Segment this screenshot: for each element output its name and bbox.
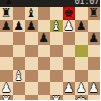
piece-white-pawn: ♟ xyxy=(76,82,87,95)
square-c6[interactable] xyxy=(25,32,38,45)
piece-black-king: ♚ xyxy=(63,7,74,20)
piece-black-pawn: ♟ xyxy=(38,32,49,45)
square-d2[interactable] xyxy=(38,82,51,95)
chess-board[interactable]: ♜♝♚♜♟♟♟♝♟♟♟♟♝♟♟♟♟♜♜♚ xyxy=(0,7,100,100)
clock: 01:07 xyxy=(74,0,99,6)
square-c1[interactable] xyxy=(25,95,38,101)
square-d5[interactable] xyxy=(38,45,51,58)
square-a8[interactable]: ♜ xyxy=(0,7,13,20)
chess-app: ♟ 01:07 ♜♝♚♜♟♟♟♝♟♟♟♟♝♟♟♟♟♜♜♚ xyxy=(0,0,100,100)
square-d4[interactable] xyxy=(38,57,51,70)
square-d8[interactable] xyxy=(38,7,51,20)
square-a2[interactable]: ♟ xyxy=(0,82,13,95)
square-c7[interactable]: ♟ xyxy=(25,20,38,33)
square-b4[interactable] xyxy=(13,57,26,70)
piece-black-pawn: ♟ xyxy=(88,32,99,45)
square-a1[interactable]: ♜ xyxy=(0,95,13,101)
piece-white-bishop: ♝ xyxy=(51,20,62,33)
square-g6[interactable] xyxy=(75,32,88,45)
square-e7[interactable]: ♝ xyxy=(50,20,63,33)
square-g1[interactable]: ♚ xyxy=(75,95,88,101)
square-b6[interactable] xyxy=(13,32,26,45)
piece-black-bishop: ♝ xyxy=(26,7,37,20)
square-h8[interactable]: ♜ xyxy=(88,7,101,20)
square-e2[interactable] xyxy=(50,82,63,95)
piece-black-pawn: ♟ xyxy=(26,20,37,33)
piece-black-rook: ♜ xyxy=(88,7,99,20)
square-f8[interactable]: ♚ xyxy=(63,7,76,20)
square-b8[interactable] xyxy=(13,7,26,20)
square-d1[interactable] xyxy=(38,95,51,101)
piece-white-bishop: ♝ xyxy=(13,70,24,83)
piece-black-pawn: ♟ xyxy=(76,20,87,33)
top-bar: ♟ 01:07 xyxy=(0,0,100,7)
piece-white-pawn: ♟ xyxy=(63,20,74,33)
square-b1[interactable] xyxy=(13,95,26,101)
square-f7[interactable]: ♟ xyxy=(63,20,76,33)
square-b2[interactable] xyxy=(13,82,26,95)
piece-white-rook: ♜ xyxy=(51,95,62,101)
square-c4[interactable] xyxy=(25,57,38,70)
square-c2[interactable] xyxy=(25,82,38,95)
square-b3[interactable]: ♝ xyxy=(13,70,26,83)
piece-black-pawn: ♟ xyxy=(1,20,12,33)
square-f6[interactable] xyxy=(63,32,76,45)
square-e5[interactable] xyxy=(50,45,63,58)
square-a6[interactable] xyxy=(0,32,13,45)
square-c5[interactable] xyxy=(25,45,38,58)
square-h6[interactable]: ♟ xyxy=(88,32,101,45)
square-h2[interactable]: ♟ xyxy=(88,82,101,95)
square-g2[interactable]: ♟ xyxy=(75,82,88,95)
square-a4[interactable] xyxy=(0,57,13,70)
square-e6[interactable] xyxy=(50,32,63,45)
piece-white-pawn: ♟ xyxy=(1,82,12,95)
square-a7[interactable]: ♟ xyxy=(0,20,13,33)
square-g8[interactable] xyxy=(75,7,88,20)
square-e3[interactable] xyxy=(50,70,63,83)
square-e1[interactable]: ♜ xyxy=(50,95,63,101)
piece-black-rook: ♜ xyxy=(1,7,12,20)
square-f1[interactable] xyxy=(63,95,76,101)
square-c3[interactable] xyxy=(25,70,38,83)
square-b5[interactable] xyxy=(13,45,26,58)
square-g7[interactable]: ♟ xyxy=(75,20,88,33)
piece-white-pawn: ♟ xyxy=(88,82,99,95)
square-f4[interactable] xyxy=(63,57,76,70)
square-h1[interactable] xyxy=(88,95,101,101)
square-f2[interactable]: ♟ xyxy=(63,82,76,95)
square-h4[interactable] xyxy=(88,57,101,70)
square-d6[interactable]: ♟ xyxy=(38,32,51,45)
square-b7[interactable]: ♟ xyxy=(13,20,26,33)
captured-black-pawn-icon: ♟ xyxy=(5,0,12,6)
square-d3[interactable] xyxy=(38,70,51,83)
square-g4[interactable] xyxy=(75,57,88,70)
piece-white-king: ♚ xyxy=(76,95,87,101)
square-e4[interactable] xyxy=(50,57,63,70)
square-e8[interactable] xyxy=(50,7,63,20)
square-f5[interactable] xyxy=(63,45,76,58)
piece-white-pawn: ♟ xyxy=(63,82,74,95)
square-a5[interactable] xyxy=(0,45,13,58)
square-g5[interactable] xyxy=(75,45,88,58)
square-h5[interactable] xyxy=(88,45,101,58)
piece-white-rook: ♜ xyxy=(1,95,12,101)
square-c8[interactable]: ♝ xyxy=(25,7,38,20)
piece-black-pawn: ♟ xyxy=(13,20,24,33)
